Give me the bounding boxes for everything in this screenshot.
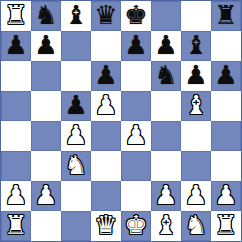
- white-bishop-icon[interactable]: ♝: [154, 212, 177, 238]
- square-e5[interactable]: [121, 91, 151, 121]
- square-b4[interactable]: [31, 121, 61, 151]
- square-e2[interactable]: [121, 181, 151, 211]
- black-bishop-icon[interactable]: ♝: [64, 2, 87, 28]
- square-a8[interactable]: ♜: [1, 1, 31, 31]
- square-f2[interactable]: ♟: [151, 181, 181, 211]
- square-c6[interactable]: [61, 61, 91, 91]
- white-pawn-icon[interactable]: ♟: [94, 92, 117, 118]
- black-knight-icon[interactable]: ♞: [34, 2, 57, 28]
- chess-board: ♜♞♝♛♚♜♟♟♟♟♝♟♞♟♟♟♟♝♟♟♞♟♟♟♟♟♜♛♚♝♞♜: [0, 0, 242, 242]
- white-rook-icon[interactable]: ♜: [4, 2, 27, 28]
- square-b6[interactable]: [31, 61, 61, 91]
- square-f5[interactable]: [151, 91, 181, 121]
- square-f6[interactable]: ♞: [151, 61, 181, 91]
- square-e3[interactable]: [121, 151, 151, 181]
- black-pawn-icon[interactable]: ♟: [214, 62, 237, 88]
- white-pawn-icon[interactable]: ♟: [124, 122, 147, 148]
- square-d4[interactable]: [91, 121, 121, 151]
- square-a6[interactable]: [1, 61, 31, 91]
- square-c2[interactable]: [61, 181, 91, 211]
- square-g8[interactable]: [181, 1, 211, 31]
- square-g6[interactable]: ♟: [181, 61, 211, 91]
- square-c3[interactable]: ♞: [61, 151, 91, 181]
- white-pawn-icon[interactable]: ♟: [34, 182, 57, 208]
- square-a4[interactable]: [1, 121, 31, 151]
- black-knight-icon[interactable]: ♞: [154, 62, 177, 88]
- black-pawn-icon[interactable]: ♟: [34, 32, 57, 58]
- square-b8[interactable]: ♞: [31, 1, 61, 31]
- square-c5[interactable]: ♟: [61, 91, 91, 121]
- square-a3[interactable]: [1, 151, 31, 181]
- white-bishop-icon[interactable]: ♝: [184, 92, 207, 118]
- square-f4[interactable]: [151, 121, 181, 151]
- square-b3[interactable]: [31, 151, 61, 181]
- white-king-icon[interactable]: ♚: [124, 212, 147, 238]
- square-g7[interactable]: ♝: [181, 31, 211, 61]
- square-h7[interactable]: [211, 31, 241, 61]
- square-d6[interactable]: ♟: [91, 61, 121, 91]
- square-c7[interactable]: [61, 31, 91, 61]
- square-g3[interactable]: [181, 151, 211, 181]
- black-pawn-icon[interactable]: ♟: [94, 62, 117, 88]
- white-rook-icon[interactable]: ♜: [4, 212, 27, 238]
- white-pawn-icon[interactable]: ♟: [154, 182, 177, 208]
- square-e7[interactable]: ♟: [121, 31, 151, 61]
- square-b1[interactable]: [31, 211, 61, 241]
- black-pawn-icon[interactable]: ♟: [124, 32, 147, 58]
- square-a5[interactable]: [1, 91, 31, 121]
- square-d8[interactable]: ♛: [91, 1, 121, 31]
- square-a7[interactable]: ♟: [1, 31, 31, 61]
- white-knight-icon[interactable]: ♞: [184, 212, 207, 238]
- square-h8[interactable]: ♜: [211, 1, 241, 31]
- square-f1[interactable]: ♝: [151, 211, 181, 241]
- square-b7[interactable]: ♟: [31, 31, 61, 61]
- square-g2[interactable]: ♟: [181, 181, 211, 211]
- square-c1[interactable]: [61, 211, 91, 241]
- square-h3[interactable]: [211, 151, 241, 181]
- square-d7[interactable]: [91, 31, 121, 61]
- square-d3[interactable]: [91, 151, 121, 181]
- square-a2[interactable]: ♟: [1, 181, 31, 211]
- square-h2[interactable]: ♟: [211, 181, 241, 211]
- square-h4[interactable]: [211, 121, 241, 151]
- square-h6[interactable]: ♟: [211, 61, 241, 91]
- square-d2[interactable]: [91, 181, 121, 211]
- square-f8[interactable]: [151, 1, 181, 31]
- white-pawn-icon[interactable]: ♟: [214, 182, 237, 208]
- square-c4[interactable]: ♟: [61, 121, 91, 151]
- white-queen-icon[interactable]: ♛: [94, 212, 117, 238]
- square-d5[interactable]: ♟: [91, 91, 121, 121]
- square-c8[interactable]: ♝: [61, 1, 91, 31]
- black-pawn-icon[interactable]: ♟: [184, 62, 207, 88]
- square-e1[interactable]: ♚: [121, 211, 151, 241]
- black-pawn-icon[interactable]: ♟: [64, 92, 87, 118]
- square-d1[interactable]: ♛: [91, 211, 121, 241]
- white-pawn-icon[interactable]: ♟: [64, 122, 87, 148]
- square-f3[interactable]: [151, 151, 181, 181]
- square-b5[interactable]: [31, 91, 61, 121]
- black-king-icon[interactable]: ♚: [124, 2, 147, 28]
- white-rook-icon[interactable]: ♜: [214, 212, 237, 238]
- square-f7[interactable]: ♟: [151, 31, 181, 61]
- white-pawn-icon[interactable]: ♟: [4, 182, 27, 208]
- black-queen-icon[interactable]: ♛: [94, 2, 117, 28]
- square-a1[interactable]: ♜: [1, 211, 31, 241]
- square-b2[interactable]: ♟: [31, 181, 61, 211]
- white-pawn-icon[interactable]: ♟: [184, 182, 207, 208]
- square-e4[interactable]: ♟: [121, 121, 151, 151]
- black-bishop-icon[interactable]: ♝: [184, 32, 207, 58]
- square-g1[interactable]: ♞: [181, 211, 211, 241]
- white-knight-icon[interactable]: ♞: [64, 152, 87, 178]
- square-g4[interactable]: [181, 121, 211, 151]
- black-pawn-icon[interactable]: ♟: [4, 32, 27, 58]
- square-h5[interactable]: [211, 91, 241, 121]
- square-e8[interactable]: ♚: [121, 1, 151, 31]
- square-h1[interactable]: ♜: [211, 211, 241, 241]
- black-rook-icon[interactable]: ♜: [214, 2, 237, 28]
- square-g5[interactable]: ♝: [181, 91, 211, 121]
- square-e6[interactable]: [121, 61, 151, 91]
- black-pawn-icon[interactable]: ♟: [154, 32, 177, 58]
